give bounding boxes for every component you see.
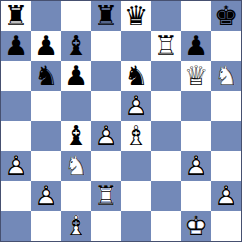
square-e6[interactable]: ♞ — [121, 61, 151, 91]
square-d7[interactable] — [91, 31, 121, 61]
white-pawn-icon: ♟♙ — [211, 181, 241, 211]
square-h3[interactable] — [211, 151, 241, 181]
square-g3[interactable]: ♟♙ — [181, 151, 211, 181]
square-e1[interactable] — [121, 211, 151, 241]
square-f1[interactable] — [151, 211, 181, 241]
black-queen-icon: ♛ — [121, 1, 151, 31]
black-rook-icon: ♜ — [1, 1, 31, 31]
square-b6[interactable]: ♞ — [31, 61, 61, 91]
square-g1[interactable]: ♚♔ — [181, 211, 211, 241]
white-pawn-icon: ♟♙ — [181, 151, 211, 181]
square-a7[interactable]: ♟ — [1, 31, 31, 61]
black-pawn-icon: ♟ — [1, 31, 31, 61]
square-a5[interactable] — [1, 91, 31, 121]
square-f2[interactable] — [151, 181, 181, 211]
square-f8[interactable] — [151, 1, 181, 31]
white-bishop-icon: ♝♗ — [61, 211, 91, 241]
black-pawn-icon: ♟ — [31, 31, 61, 61]
square-h5[interactable] — [211, 91, 241, 121]
square-e5[interactable]: ♟♙ — [121, 91, 151, 121]
white-knight-icon: ♞♘ — [211, 61, 241, 91]
square-d6[interactable] — [91, 61, 121, 91]
black-knight-icon: ♞ — [121, 61, 151, 91]
square-e8[interactable]: ♛ — [121, 1, 151, 31]
black-pawn-icon: ♟ — [61, 61, 91, 91]
white-king-icon: ♚♔ — [181, 211, 211, 241]
square-g5[interactable] — [181, 91, 211, 121]
square-h7[interactable] — [211, 31, 241, 61]
square-f6[interactable] — [151, 61, 181, 91]
white-knight-icon: ♞♘ — [61, 151, 91, 181]
square-f7[interactable]: ♜♖ — [151, 31, 181, 61]
black-bishop-icon: ♝ — [61, 31, 91, 61]
white-queen-icon: ♛♕ — [181, 61, 211, 91]
square-h6[interactable]: ♞♘ — [211, 61, 241, 91]
square-e3[interactable] — [121, 151, 151, 181]
square-c3[interactable]: ♞♘ — [61, 151, 91, 181]
square-g4[interactable] — [181, 121, 211, 151]
black-king-icon: ♚ — [211, 1, 241, 31]
square-d3[interactable] — [91, 151, 121, 181]
square-c2[interactable] — [61, 181, 91, 211]
white-rook-icon: ♜♖ — [151, 31, 181, 61]
square-d8[interactable]: ♜ — [91, 1, 121, 31]
square-e7[interactable] — [121, 31, 151, 61]
square-d1[interactable] — [91, 211, 121, 241]
square-c6[interactable]: ♟ — [61, 61, 91, 91]
square-c7[interactable]: ♝ — [61, 31, 91, 61]
square-e4[interactable]: ♝♗ — [121, 121, 151, 151]
square-e2[interactable] — [121, 181, 151, 211]
square-b8[interactable] — [31, 1, 61, 31]
white-pawn-icon: ♟♙ — [121, 91, 151, 121]
square-b5[interactable] — [31, 91, 61, 121]
square-d4[interactable]: ♟♙ — [91, 121, 121, 151]
white-pawn-icon: ♟♙ — [1, 151, 31, 181]
square-a4[interactable] — [1, 121, 31, 151]
square-g2[interactable] — [181, 181, 211, 211]
black-knight-icon: ♞ — [31, 61, 61, 91]
black-pawn-icon: ♟ — [181, 31, 211, 61]
square-f3[interactable] — [151, 151, 181, 181]
square-b4[interactable] — [31, 121, 61, 151]
square-b2[interactable]: ♟♙ — [31, 181, 61, 211]
square-f5[interactable] — [151, 91, 181, 121]
white-pawn-icon: ♟♙ — [31, 181, 61, 211]
square-a6[interactable] — [1, 61, 31, 91]
square-d5[interactable] — [91, 91, 121, 121]
square-a3[interactable]: ♟♙ — [1, 151, 31, 181]
square-a1[interactable] — [1, 211, 31, 241]
square-c8[interactable] — [61, 1, 91, 31]
chess-board: ♜♜♛♚♟♟♝♜♖♟♞♟♞♛♕♞♘♟♙♝♟♙♝♗♟♙♞♘♟♙♟♙♜♖♟♙♝♗♚♔ — [0, 0, 242, 242]
square-b3[interactable] — [31, 151, 61, 181]
square-b1[interactable] — [31, 211, 61, 241]
square-h4[interactable] — [211, 121, 241, 151]
white-rook-icon: ♜♖ — [91, 181, 121, 211]
square-h2[interactable]: ♟♙ — [211, 181, 241, 211]
black-rook-icon: ♜ — [91, 1, 121, 31]
square-c1[interactable]: ♝♗ — [61, 211, 91, 241]
square-g7[interactable]: ♟ — [181, 31, 211, 61]
square-f4[interactable] — [151, 121, 181, 151]
square-a2[interactable] — [1, 181, 31, 211]
black-bishop-icon: ♝ — [61, 121, 91, 151]
square-h8[interactable]: ♚ — [211, 1, 241, 31]
square-h1[interactable] — [211, 211, 241, 241]
square-g8[interactable] — [181, 1, 211, 31]
square-c4[interactable]: ♝ — [61, 121, 91, 151]
white-pawn-icon: ♟♙ — [91, 121, 121, 151]
square-d2[interactable]: ♜♖ — [91, 181, 121, 211]
square-c5[interactable] — [61, 91, 91, 121]
white-bishop-icon: ♝♗ — [121, 121, 151, 151]
square-g6[interactable]: ♛♕ — [181, 61, 211, 91]
square-b7[interactable]: ♟ — [31, 31, 61, 61]
square-a8[interactable]: ♜ — [1, 1, 31, 31]
